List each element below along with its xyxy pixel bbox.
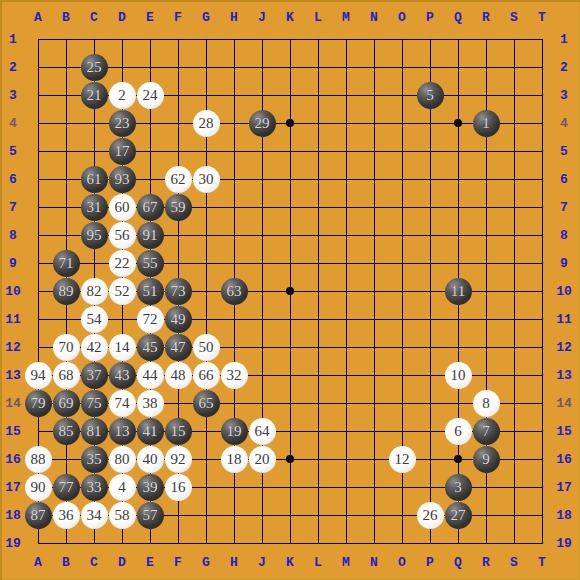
col-label-top-S: S: [510, 11, 518, 24]
stone-white-32-H13[interactable]: 32: [221, 362, 248, 389]
stone-white-6-Q15[interactable]: 6: [445, 418, 472, 445]
row-label-left-15: 15: [5, 425, 21, 438]
row-label-right-7: 7: [560, 201, 568, 214]
row-label-left-4: 4: [9, 117, 17, 130]
row-label-right-4: 4: [560, 117, 568, 130]
stone-white-16-F17[interactable]: 16: [165, 474, 192, 501]
col-label-top-M: M: [342, 11, 350, 24]
col-label-bottom-O: O: [398, 556, 406, 569]
stone-white-24-E3[interactable]: 24: [137, 82, 164, 109]
stone-black-21-C3[interactable]: 21: [81, 82, 108, 109]
stone-white-14-D12[interactable]: 14: [109, 334, 136, 361]
col-label-top-C: C: [90, 11, 98, 24]
stone-black-63-H10[interactable]: 63: [221, 278, 248, 305]
stone-white-36-B18[interactable]: 36: [53, 502, 80, 529]
row-label-left-12: 12: [5, 341, 21, 354]
stone-black-15-F15[interactable]: 15: [165, 418, 192, 445]
stone-black-55-E9[interactable]: 55: [137, 250, 164, 277]
stone-white-60-D7[interactable]: 60: [109, 194, 136, 221]
col-label-top-G: G: [202, 11, 210, 24]
stone-black-1-R4[interactable]: 1: [473, 110, 500, 137]
star-point-Q4: [454, 119, 462, 127]
col-label-top-A: A: [34, 11, 42, 24]
stone-black-79-A14[interactable]: 79: [25, 390, 52, 417]
col-label-bottom-F: F: [174, 556, 182, 569]
col-label-bottom-S: S: [510, 556, 518, 569]
stone-black-43-D13[interactable]: 43: [109, 362, 136, 389]
stone-black-27-Q18[interactable]: 27: [445, 502, 472, 529]
col-label-bottom-R: R: [482, 556, 490, 569]
stone-black-47-F12[interactable]: 47: [165, 334, 192, 361]
row-label-right-14: 14: [556, 397, 572, 410]
col-label-bottom-P: P: [426, 556, 434, 569]
row-label-left-17: 17: [5, 481, 21, 494]
stone-white-12-O16[interactable]: 12: [389, 446, 416, 473]
col-label-top-K: K: [286, 11, 294, 24]
stone-white-62-F6[interactable]: 62: [165, 166, 192, 193]
stone-white-54-C11[interactable]: 54: [81, 306, 108, 333]
star-point-K4: [286, 119, 294, 127]
row-label-left-7: 7: [9, 201, 17, 214]
col-label-bottom-T: T: [538, 556, 546, 569]
stone-white-38-E14[interactable]: 38: [137, 390, 164, 417]
stone-black-91-E8[interactable]: 91: [137, 222, 164, 249]
row-label-right-11: 11: [556, 313, 572, 326]
stone-white-40-E16[interactable]: 40: [137, 446, 164, 473]
col-label-bottom-C: C: [90, 556, 98, 569]
col-label-bottom-D: D: [118, 556, 126, 569]
stone-black-73-F10[interactable]: 73: [165, 278, 192, 305]
stone-white-58-D18[interactable]: 58: [109, 502, 136, 529]
row-label-left-3: 3: [9, 89, 17, 102]
row-label-left-10: 10: [5, 285, 21, 298]
stone-white-10-Q13[interactable]: 10: [445, 362, 472, 389]
col-label-top-H: H: [230, 11, 238, 24]
stone-black-39-E17[interactable]: 39: [137, 474, 164, 501]
stone-white-52-D10[interactable]: 52: [109, 278, 136, 305]
stone-white-34-C18[interactable]: 34: [81, 502, 108, 529]
col-label-top-O: O: [398, 11, 406, 24]
col-label-top-P: P: [426, 11, 434, 24]
row-label-left-11: 11: [5, 313, 21, 326]
stone-white-8-R14[interactable]: 8: [473, 390, 500, 417]
stone-white-26-P18[interactable]: 26: [417, 502, 444, 529]
col-label-top-T: T: [538, 11, 546, 24]
row-label-left-6: 6: [9, 173, 17, 186]
row-label-right-18: 18: [556, 509, 572, 522]
stone-white-22-D9[interactable]: 22: [109, 250, 136, 277]
stone-black-3-Q17[interactable]: 3: [445, 474, 472, 501]
row-label-right-15: 15: [556, 425, 572, 438]
goban: AABBCCDDEEFFGGHHJJKKLLMMNNOOPPQQRRSSTT11…: [0, 0, 580, 580]
row-label-right-6: 6: [560, 173, 568, 186]
star-point-Q16: [454, 455, 462, 463]
stone-white-68-B13[interactable]: 68: [53, 362, 80, 389]
col-label-bottom-J: J: [258, 556, 266, 569]
col-label-top-R: R: [482, 11, 490, 24]
row-label-left-13: 13: [5, 369, 21, 382]
stone-black-51-E10[interactable]: 51: [137, 278, 164, 305]
stone-white-50-G12[interactable]: 50: [193, 334, 220, 361]
row-label-right-2: 2: [560, 61, 568, 74]
star-point-K10: [286, 287, 294, 295]
stone-white-74-D14[interactable]: 74: [109, 390, 136, 417]
stone-white-64-J15[interactable]: 64: [249, 418, 276, 445]
stone-white-56-D8[interactable]: 56: [109, 222, 136, 249]
stone-white-28-G4[interactable]: 28: [193, 110, 220, 137]
stone-black-71-B9[interactable]: 71: [53, 250, 80, 277]
stone-black-33-C17[interactable]: 33: [81, 474, 108, 501]
col-label-bottom-B: B: [62, 556, 70, 569]
col-label-top-N: N: [370, 11, 378, 24]
stone-white-44-E13[interactable]: 44: [137, 362, 164, 389]
stone-black-89-B10[interactable]: 89: [53, 278, 80, 305]
row-label-right-12: 12: [556, 341, 572, 354]
stone-black-69-B14[interactable]: 69: [53, 390, 80, 417]
row-label-left-1: 1: [9, 33, 17, 46]
stone-black-41-E15[interactable]: 41: [137, 418, 164, 445]
stone-black-67-E7[interactable]: 67: [137, 194, 164, 221]
row-label-right-8: 8: [560, 229, 568, 242]
stone-black-59-F7[interactable]: 59: [165, 194, 192, 221]
stone-black-37-C13[interactable]: 37: [81, 362, 108, 389]
col-label-top-E: E: [146, 11, 154, 24]
row-label-right-10: 10: [556, 285, 572, 298]
row-label-right-13: 13: [556, 369, 572, 382]
stone-black-7-R15[interactable]: 7: [473, 418, 500, 445]
stone-black-81-C15[interactable]: 81: [81, 418, 108, 445]
stone-black-17-D5[interactable]: 17: [109, 138, 136, 165]
stone-black-61-C6[interactable]: 61: [81, 166, 108, 193]
row-label-left-19: 19: [5, 537, 21, 550]
row-label-right-5: 5: [560, 145, 568, 158]
stone-black-5-P3[interactable]: 5: [417, 82, 444, 109]
stone-black-65-G14[interactable]: 65: [193, 390, 220, 417]
stone-white-48-F13[interactable]: 48: [165, 362, 192, 389]
stone-white-80-D16[interactable]: 80: [109, 446, 136, 473]
col-label-top-F: F: [174, 11, 182, 24]
star-point-K16: [286, 455, 294, 463]
stone-black-29-J4[interactable]: 29: [249, 110, 276, 137]
stone-black-87-A18[interactable]: 87: [25, 502, 52, 529]
row-label-right-9: 9: [560, 257, 568, 270]
col-label-top-J: J: [258, 11, 266, 24]
stone-white-20-J16[interactable]: 20: [249, 446, 276, 473]
stone-white-82-C10[interactable]: 82: [81, 278, 108, 305]
stone-black-75-C14[interactable]: 75: [81, 390, 108, 417]
stone-black-19-H15[interactable]: 19: [221, 418, 248, 445]
stone-white-66-G13[interactable]: 66: [193, 362, 220, 389]
col-label-bottom-G: G: [202, 556, 210, 569]
stone-black-35-C16[interactable]: 35: [81, 446, 108, 473]
col-label-bottom-N: N: [370, 556, 378, 569]
stone-white-88-A16[interactable]: 88: [25, 446, 52, 473]
stone-black-11-Q10[interactable]: 11: [445, 278, 472, 305]
stone-white-18-H16[interactable]: 18: [221, 446, 248, 473]
stone-black-95-C8[interactable]: 95: [81, 222, 108, 249]
col-label-top-B: B: [62, 11, 70, 24]
col-label-bottom-M: M: [342, 556, 350, 569]
stone-white-30-G6[interactable]: 30: [193, 166, 220, 193]
stone-white-2-D3[interactable]: 2: [109, 82, 136, 109]
stone-white-4-D17[interactable]: 4: [109, 474, 136, 501]
row-label-right-1: 1: [560, 33, 568, 46]
row-label-left-5: 5: [9, 145, 17, 158]
stone-black-45-E12[interactable]: 45: [137, 334, 164, 361]
board-grid: 1234567891011121314151617181920212223242…: [24, 25, 556, 557]
stone-black-93-D6[interactable]: 93: [109, 166, 136, 193]
col-label-bottom-K: K: [286, 556, 294, 569]
stone-black-9-R16[interactable]: 9: [473, 446, 500, 473]
stone-black-77-B17[interactable]: 77: [53, 474, 80, 501]
row-label-right-19: 19: [556, 537, 572, 550]
stone-white-94-A13[interactable]: 94: [25, 362, 52, 389]
stone-white-72-E11[interactable]: 72: [137, 306, 164, 333]
stone-black-13-D15[interactable]: 13: [109, 418, 136, 445]
col-label-bottom-H: H: [230, 556, 238, 569]
row-label-right-17: 17: [556, 481, 572, 494]
stone-black-85-B15[interactable]: 85: [53, 418, 80, 445]
stone-black-25-C2[interactable]: 25: [81, 54, 108, 81]
row-label-left-2: 2: [9, 61, 17, 74]
row-label-left-9: 9: [9, 257, 17, 270]
row-label-right-16: 16: [556, 453, 572, 466]
stone-white-92-F16[interactable]: 92: [165, 446, 192, 473]
col-label-bottom-E: E: [146, 556, 154, 569]
col-label-top-Q: Q: [454, 11, 462, 24]
stone-black-57-E18[interactable]: 57: [137, 502, 164, 529]
col-label-bottom-A: A: [34, 556, 42, 569]
stone-white-70-B12[interactable]: 70: [53, 334, 80, 361]
row-label-right-3: 3: [560, 89, 568, 102]
col-label-top-D: D: [118, 11, 126, 24]
row-label-left-16: 16: [5, 453, 21, 466]
row-label-left-18: 18: [5, 509, 21, 522]
stone-black-31-C7[interactable]: 31: [81, 194, 108, 221]
stone-black-49-F11[interactable]: 49: [165, 306, 192, 333]
row-label-left-8: 8: [9, 229, 17, 242]
stone-white-90-A17[interactable]: 90: [25, 474, 52, 501]
stone-white-42-C12[interactable]: 42: [81, 334, 108, 361]
col-label-top-L: L: [314, 11, 322, 24]
col-label-bottom-L: L: [314, 556, 322, 569]
row-label-left-14: 14: [5, 397, 21, 410]
col-label-bottom-Q: Q: [454, 556, 462, 569]
stone-black-23-D4[interactable]: 23: [109, 110, 136, 137]
